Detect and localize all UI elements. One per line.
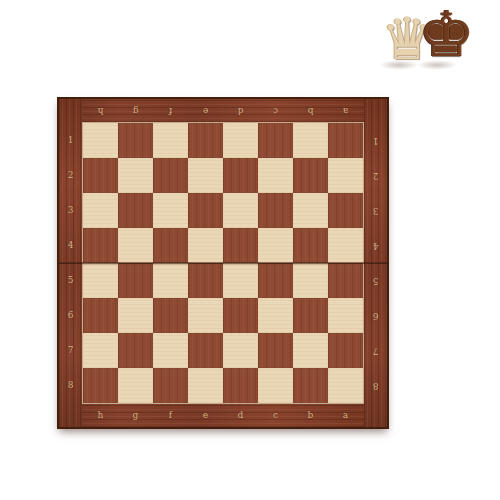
rank-label-right-1: 1 bbox=[364, 123, 387, 158]
square-a8[interactable] bbox=[328, 368, 363, 403]
file-label-top-h: h bbox=[83, 99, 118, 122]
square-h2[interactable] bbox=[83, 158, 118, 193]
rank-label-right-2: 2 bbox=[364, 158, 387, 193]
square-a4[interactable] bbox=[328, 228, 363, 263]
square-h7[interactable] bbox=[83, 333, 118, 368]
file-label-bottom-h: h bbox=[83, 404, 118, 427]
square-d1[interactable] bbox=[223, 123, 258, 158]
square-c1[interactable] bbox=[258, 123, 293, 158]
square-c7[interactable] bbox=[258, 333, 293, 368]
square-b1[interactable] bbox=[293, 123, 328, 158]
file-label-top-d: d bbox=[223, 99, 258, 122]
square-f8[interactable] bbox=[153, 368, 188, 403]
square-b2[interactable] bbox=[293, 158, 328, 193]
rank-label-right-4: 4 bbox=[364, 228, 387, 263]
square-a2[interactable] bbox=[328, 158, 363, 193]
square-f1[interactable] bbox=[153, 123, 188, 158]
square-f7[interactable] bbox=[153, 333, 188, 368]
square-g4[interactable] bbox=[118, 228, 153, 263]
rank-label-left-3: 3 bbox=[59, 193, 82, 228]
rank-label-left-6: 6 bbox=[59, 298, 82, 333]
rank-label-left-2: 2 bbox=[59, 158, 82, 193]
square-d3[interactable] bbox=[223, 193, 258, 228]
square-b7[interactable] bbox=[293, 333, 328, 368]
square-d4[interactable] bbox=[223, 228, 258, 263]
square-g1[interactable] bbox=[118, 123, 153, 158]
square-h8[interactable] bbox=[83, 368, 118, 403]
square-g6[interactable] bbox=[118, 298, 153, 333]
file-label-top-f: f bbox=[153, 99, 188, 122]
square-c2[interactable] bbox=[258, 158, 293, 193]
rank-label-right-3: 3 bbox=[364, 193, 387, 228]
pieces-preview: ♛ ♚ bbox=[375, 0, 470, 80]
square-h5[interactable] bbox=[83, 263, 118, 298]
fold-seam bbox=[59, 262, 387, 265]
square-g5[interactable] bbox=[118, 263, 153, 298]
file-label-bottom-e: e bbox=[188, 404, 223, 427]
rank-label-right-8: 8 bbox=[364, 368, 387, 403]
square-g2[interactable] bbox=[118, 158, 153, 193]
square-c5[interactable] bbox=[258, 263, 293, 298]
square-c4[interactable] bbox=[258, 228, 293, 263]
square-a3[interactable] bbox=[328, 193, 363, 228]
square-e5[interactable] bbox=[188, 263, 223, 298]
square-b3[interactable] bbox=[293, 193, 328, 228]
square-f4[interactable] bbox=[153, 228, 188, 263]
square-e7[interactable] bbox=[188, 333, 223, 368]
file-label-top-b: b bbox=[293, 99, 328, 122]
square-f2[interactable] bbox=[153, 158, 188, 193]
square-d6[interactable] bbox=[223, 298, 258, 333]
file-label-bottom-f: f bbox=[153, 404, 188, 427]
square-e3[interactable] bbox=[188, 193, 223, 228]
rank-label-left-8: 8 bbox=[59, 368, 82, 403]
square-a1[interactable] bbox=[328, 123, 363, 158]
square-b5[interactable] bbox=[293, 263, 328, 298]
square-h3[interactable] bbox=[83, 193, 118, 228]
square-d8[interactable] bbox=[223, 368, 258, 403]
file-label-bottom-b: b bbox=[293, 404, 328, 427]
square-b6[interactable] bbox=[293, 298, 328, 333]
square-e6[interactable] bbox=[188, 298, 223, 333]
product-photo-canvas: { "game": "chess", "position": "8/8/8/8/… bbox=[0, 0, 500, 500]
file-label-bottom-d: d bbox=[223, 404, 258, 427]
chess-board: hhggffeeddccbbaa1122334455667788 bbox=[57, 97, 389, 429]
square-c6[interactable] bbox=[258, 298, 293, 333]
file-label-top-a: a bbox=[328, 99, 363, 122]
square-h1[interactable] bbox=[83, 123, 118, 158]
rank-label-left-7: 7 bbox=[59, 333, 82, 368]
rank-label-right-5: 5 bbox=[364, 263, 387, 298]
dark-king-piece: ♚ bbox=[418, 3, 474, 66]
square-e2[interactable] bbox=[188, 158, 223, 193]
square-g3[interactable] bbox=[118, 193, 153, 228]
square-g7[interactable] bbox=[118, 333, 153, 368]
rank-label-left-1: 1 bbox=[59, 123, 82, 158]
file-label-bottom-c: c bbox=[258, 404, 293, 427]
file-label-bottom-g: g bbox=[118, 404, 153, 427]
square-h6[interactable] bbox=[83, 298, 118, 333]
square-a6[interactable] bbox=[328, 298, 363, 333]
square-b4[interactable] bbox=[293, 228, 328, 263]
square-g8[interactable] bbox=[118, 368, 153, 403]
square-a5[interactable] bbox=[328, 263, 363, 298]
square-e8[interactable] bbox=[188, 368, 223, 403]
square-d7[interactable] bbox=[223, 333, 258, 368]
rank-label-right-6: 6 bbox=[364, 298, 387, 333]
square-b8[interactable] bbox=[293, 368, 328, 403]
square-d2[interactable] bbox=[223, 158, 258, 193]
file-label-top-g: g bbox=[118, 99, 153, 122]
square-f3[interactable] bbox=[153, 193, 188, 228]
rank-label-right-7: 7 bbox=[364, 333, 387, 368]
file-label-bottom-a: a bbox=[328, 404, 363, 427]
square-d5[interactable] bbox=[223, 263, 258, 298]
square-a7[interactable] bbox=[328, 333, 363, 368]
square-c8[interactable] bbox=[258, 368, 293, 403]
square-h4[interactable] bbox=[83, 228, 118, 263]
rank-label-left-4: 4 bbox=[59, 228, 82, 263]
square-f6[interactable] bbox=[153, 298, 188, 333]
square-e4[interactable] bbox=[188, 228, 223, 263]
file-label-top-e: e bbox=[188, 99, 223, 122]
square-f5[interactable] bbox=[153, 263, 188, 298]
square-c3[interactable] bbox=[258, 193, 293, 228]
square-e1[interactable] bbox=[188, 123, 223, 158]
file-label-top-c: c bbox=[258, 99, 293, 122]
rank-label-left-5: 5 bbox=[59, 263, 82, 298]
